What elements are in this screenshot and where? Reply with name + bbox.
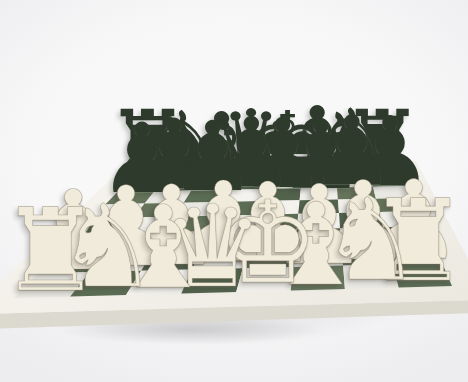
pieces-layer: ♜♞♝♛♚♝♞♜♟♟♟♟♟♟♟♟♟♟♟♟♟♟♟♟♜♞♝♛♚♝♞♜ bbox=[0, 0, 468, 382]
chess-photo-scene: ♜♞♝♛♚♝♞♜♟♟♟♟♟♟♟♟♟♟♟♟♟♟♟♟♜♞♝♛♚♝♞♜ bbox=[0, 0, 468, 382]
piece-white-rook[interactable]: ♜ bbox=[0, 194, 102, 308]
